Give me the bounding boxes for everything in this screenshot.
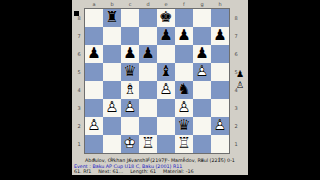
square-c2[interactable]	[121, 117, 139, 135]
square-d3[interactable]	[139, 99, 157, 117]
coord-label: 7	[233, 27, 239, 45]
square-b7[interactable]	[103, 27, 121, 45]
square-d2[interactable]	[139, 117, 157, 135]
square-c1[interactable]: ♚♔	[121, 135, 139, 153]
coord-label: 4	[76, 81, 82, 99]
piece-black-pawn: ♟	[139, 45, 157, 63]
piece-black-knight: ♞	[175, 81, 193, 99]
square-d5[interactable]	[139, 63, 157, 81]
square-a3[interactable]	[85, 99, 103, 117]
piece-white-king: ♚♔	[121, 135, 139, 153]
material-black-pawn-icon: ♟	[234, 70, 246, 79]
square-e5[interactable]: ♝	[157, 63, 175, 81]
square-c8[interactable]	[121, 9, 139, 27]
square-e1[interactable]	[157, 135, 175, 153]
square-f5[interactable]	[175, 63, 193, 81]
piece-outline: ♙	[157, 81, 175, 99]
piece-white-pawn: ♟♙	[211, 117, 229, 135]
coord-label: 3	[76, 99, 82, 117]
coord-label: h	[211, 1, 229, 7]
coord-label: 7	[76, 27, 82, 45]
players-line: Abdulov, Orkhan Javanshir (2197) - Mamed…	[72, 158, 248, 163]
coord-label: a	[85, 1, 103, 7]
square-b8[interactable]: ♜	[103, 9, 121, 27]
square-g8[interactable]	[193, 9, 211, 27]
piece-black-king: ♚	[157, 9, 175, 27]
coord-label: 6	[76, 45, 82, 63]
piece-outline: ♖	[139, 135, 157, 153]
piece-outline: ♙	[211, 117, 229, 135]
square-f7[interactable]: ♟	[175, 27, 193, 45]
square-f4[interactable]: ♞	[175, 81, 193, 99]
square-h3[interactable]	[211, 99, 229, 117]
square-b2[interactable]	[103, 117, 121, 135]
piece-black-pawn: ♟	[121, 45, 139, 63]
coord-label: 2	[76, 117, 82, 135]
square-b5[interactable]	[103, 63, 121, 81]
square-d4[interactable]	[139, 81, 157, 99]
square-f8[interactable]	[175, 9, 193, 27]
coord-label: 6	[233, 45, 239, 63]
square-e6[interactable]	[157, 45, 175, 63]
status-segment: Material: -16	[163, 169, 193, 174]
piece-black-queen: ♛	[175, 117, 193, 135]
piece-black-pawn: ♟	[175, 27, 193, 45]
coord-label: 8	[233, 9, 239, 27]
piece-black-rook: ♜	[103, 9, 121, 27]
square-e8[interactable]: ♚	[157, 9, 175, 27]
square-d7[interactable]	[139, 27, 157, 45]
event-line: Event : Baku AP Cup U18 C, Baku (2001) R…	[72, 164, 248, 169]
square-c5[interactable]: ♛	[121, 63, 139, 81]
square-d8[interactable]	[139, 9, 157, 27]
coord-label: 3	[233, 99, 239, 117]
piece-white-rook: ♜♖	[175, 135, 193, 153]
square-a4[interactable]	[85, 81, 103, 99]
square-g6[interactable]: ♟	[193, 45, 211, 63]
square-g1[interactable]	[193, 135, 211, 153]
piece-white-pawn: ♟♙	[103, 99, 121, 117]
coord-label: 1	[76, 135, 82, 153]
square-g7[interactable]	[193, 27, 211, 45]
coord-label: 1	[233, 135, 239, 153]
coord-label: d	[139, 1, 157, 7]
square-h7[interactable]: ♟	[211, 27, 229, 45]
square-b1[interactable]	[103, 135, 121, 153]
piece-black-pawn: ♟	[193, 45, 211, 63]
square-e7[interactable]: ♟	[157, 27, 175, 45]
square-a1[interactable]	[85, 135, 103, 153]
piece-black-pawn: ♟	[157, 27, 175, 45]
piece-white-pawn: ♟♙	[175, 99, 193, 117]
square-f6[interactable]	[175, 45, 193, 63]
piece-black-pawn: ♟	[85, 45, 103, 63]
square-f2[interactable]: ♛	[175, 117, 193, 135]
square-c3[interactable]: ♟♙	[121, 99, 139, 117]
square-a5[interactable]	[85, 63, 103, 81]
square-g3[interactable]	[193, 99, 211, 117]
square-a6[interactable]: ♟	[85, 45, 103, 63]
square-a2[interactable]: ♟♙	[85, 117, 103, 135]
piece-outline: ♔	[121, 135, 139, 153]
square-a7[interactable]	[85, 27, 103, 45]
status-segment: Length: 61	[130, 169, 156, 174]
square-e4[interactable]: ♟♙	[157, 81, 175, 99]
piece-outline: ♙	[85, 117, 103, 135]
piece-black-bishop: ♝	[157, 63, 175, 81]
square-c7[interactable]	[121, 27, 139, 45]
square-d1[interactable]: ♜♖	[139, 135, 157, 153]
square-h8[interactable]	[211, 9, 229, 27]
chess-board: ♜♚♟♟♟♟♟♟♟♛♝♟♙♝♗♟♙♞♟♙♟♙♟♙♟♙♛♟♙♚♔♜♖♜♖	[84, 8, 230, 154]
square-h1[interactable]	[211, 135, 229, 153]
coord-label: 2	[233, 117, 239, 135]
file-labels-top: abcdefgh	[85, 1, 229, 7]
piece-outline: ♙	[121, 99, 139, 117]
piece-white-pawn: ♟♙	[193, 63, 211, 81]
square-g2[interactable]	[193, 117, 211, 135]
square-h4[interactable]	[211, 81, 229, 99]
diagram-panel: abcdefgh abcdefgh 87654321 87654321 ♜♚♟♟…	[72, 0, 248, 175]
square-b3[interactable]: ♟♙	[103, 99, 121, 117]
piece-white-pawn: ♟♙	[85, 117, 103, 135]
square-f3[interactable]: ♟♙	[175, 99, 193, 117]
square-h5[interactable]	[211, 63, 229, 81]
square-a8[interactable]	[85, 9, 103, 27]
square-b4[interactable]	[103, 81, 121, 99]
status-line: 61. Rf1Next: 61...Length: 61Material: -1…	[72, 169, 248, 174]
piece-black-queen: ♛	[121, 63, 139, 81]
piece-white-bishop: ♝♗	[121, 81, 139, 99]
square-e3[interactable]	[157, 99, 175, 117]
piece-outline: ♙	[193, 63, 211, 81]
piece-outline: ♙	[175, 99, 193, 117]
coord-label: e	[157, 1, 175, 7]
status-segment: Next: 61...	[98, 169, 123, 174]
piece-white-pawn: ♟♙	[121, 99, 139, 117]
video-frame: abcdefgh abcdefgh 87654321 87654321 ♜♚♟♟…	[0, 0, 320, 180]
status-segment: 61. Rf1	[74, 169, 91, 174]
square-d6[interactable]: ♟	[139, 45, 157, 63]
coord-label: f	[175, 1, 193, 7]
coord-label: 5	[76, 63, 82, 81]
material-white-pawn-icon: ♙	[234, 81, 246, 90]
square-c4[interactable]: ♝♗	[121, 81, 139, 99]
piece-black-pawn: ♟	[211, 27, 229, 45]
square-b6[interactable]	[103, 45, 121, 63]
square-g5[interactable]: ♟♙	[193, 63, 211, 81]
black-to-move-icon	[74, 11, 79, 16]
square-e2[interactable]	[157, 117, 175, 135]
coord-label: b	[103, 1, 121, 7]
coord-label: g	[193, 1, 211, 7]
piece-outline: ♙	[103, 99, 121, 117]
piece-white-pawn: ♟♙	[157, 81, 175, 99]
square-h2[interactable]: ♟♙	[211, 117, 229, 135]
piece-outline: ♗	[121, 81, 139, 99]
piece-outline: ♖	[175, 135, 193, 153]
square-c6[interactable]: ♟	[121, 45, 139, 63]
square-h6[interactable]	[211, 45, 229, 63]
square-g4[interactable]	[193, 81, 211, 99]
coord-label: c	[121, 1, 139, 7]
piece-white-rook: ♜♖	[139, 135, 157, 153]
square-f1[interactable]: ♜♖	[175, 135, 193, 153]
rank-labels-left: 87654321	[76, 9, 82, 153]
